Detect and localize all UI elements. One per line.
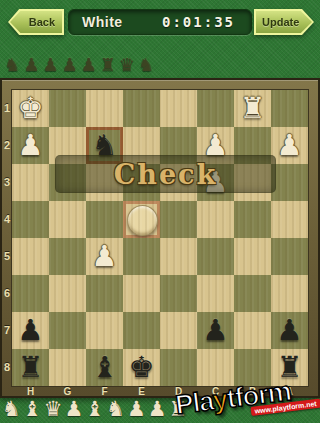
turn-label: White xyxy=(82,14,123,30)
square-g8[interactable] xyxy=(49,349,86,386)
piece-black-pawn[interactable]: ♟ xyxy=(271,312,308,349)
captured-white-pawn-icon: ♟ xyxy=(127,396,146,421)
square-d5[interactable] xyxy=(160,238,197,275)
chess-board: 12345678 ♚♜♟♞♟♟♟♟♟♟♟♜♝♚♜ HGFEDCBA Check xyxy=(0,78,320,398)
rank-label-3: 3 xyxy=(2,164,12,201)
square-e7[interactable] xyxy=(123,312,160,349)
square-e4-move-origin-circle[interactable] xyxy=(123,201,160,238)
rank-label-7: 7 xyxy=(2,312,12,349)
square-b1[interactable]: ♜ xyxy=(234,90,271,127)
square-h7[interactable]: ♟ xyxy=(12,312,49,349)
square-d6[interactable] xyxy=(160,275,197,312)
rank-label-1: 1 xyxy=(2,90,12,127)
square-f6[interactable] xyxy=(86,275,123,312)
piece-white-pawn[interactable]: ♟ xyxy=(12,127,49,164)
square-b6[interactable] xyxy=(234,275,271,312)
square-a1[interactable] xyxy=(271,90,308,127)
piece-white-rook[interactable]: ♜ xyxy=(234,90,271,127)
captured-white-bishop-icon: ♝ xyxy=(23,396,42,421)
square-f4[interactable] xyxy=(86,201,123,238)
piece-black-pawn[interactable]: ♟ xyxy=(12,312,49,349)
square-a3[interactable] xyxy=(271,164,308,201)
square-h3[interactable] xyxy=(12,164,49,201)
square-a4[interactable] xyxy=(271,201,308,238)
turn-timer-display: White 0:01:35 xyxy=(68,9,252,35)
square-g7[interactable] xyxy=(49,312,86,349)
square-h6[interactable] xyxy=(12,275,49,312)
square-d7[interactable] xyxy=(160,312,197,349)
captured-white-pieces-tray: ♞♝♛♟♝♞♟♟♜ xyxy=(2,395,187,421)
back-button[interactable]: Back xyxy=(8,9,64,35)
square-c1[interactable] xyxy=(197,90,234,127)
captured-white-pawn-icon: ♟ xyxy=(64,396,83,421)
square-d4[interactable] xyxy=(160,201,197,238)
captured-black-knight-icon: ♞ xyxy=(4,53,20,77)
square-d8[interactable] xyxy=(160,349,197,386)
captured-black-pieces-tray: ♞♟♟♟♟♜♛♞ xyxy=(4,50,154,77)
square-b7[interactable] xyxy=(234,312,271,349)
square-a2[interactable]: ♟ xyxy=(271,127,308,164)
square-f1[interactable] xyxy=(86,90,123,127)
square-f7[interactable] xyxy=(86,312,123,349)
square-g1[interactable] xyxy=(49,90,86,127)
captured-black-pawn-icon: ♟ xyxy=(23,53,39,77)
square-c8[interactable] xyxy=(197,349,234,386)
captured-black-pawn-icon: ♟ xyxy=(42,53,58,77)
piece-black-king[interactable]: ♚ xyxy=(123,349,160,386)
rank-label-6: 6 xyxy=(2,275,12,312)
square-h4[interactable] xyxy=(12,201,49,238)
square-g4[interactable] xyxy=(49,201,86,238)
square-a7[interactable]: ♟ xyxy=(271,312,308,349)
captured-white-pawn-icon: ♟ xyxy=(148,396,167,421)
square-e1[interactable] xyxy=(123,90,160,127)
square-f5[interactable]: ♟ xyxy=(86,238,123,275)
piece-white-pawn[interactable]: ♟ xyxy=(271,127,308,164)
square-h2[interactable]: ♟ xyxy=(12,127,49,164)
captured-black-knight-icon: ♞ xyxy=(138,53,154,77)
captured-black-pawn-icon: ♟ xyxy=(61,53,77,77)
captured-white-knight-icon: ♞ xyxy=(106,396,125,421)
square-e8[interactable]: ♚ xyxy=(123,349,160,386)
update-button-label: Update xyxy=(262,16,299,28)
square-c6[interactable] xyxy=(197,275,234,312)
game-timer: 0:01:35 xyxy=(162,14,235,30)
square-c4[interactable] xyxy=(197,201,234,238)
captured-white-knight-icon: ♞ xyxy=(2,396,21,421)
piece-black-bishop[interactable]: ♝ xyxy=(86,349,123,386)
board-grid[interactable]: ♚♜♟♞♟♟♟♟♟♟♟♜♝♚♜ xyxy=(12,90,308,386)
rank-labels: 12345678 xyxy=(2,90,12,386)
captured-black-queen-icon: ♛ xyxy=(119,53,135,77)
square-h5[interactable] xyxy=(12,238,49,275)
square-a6[interactable] xyxy=(271,275,308,312)
square-b5[interactable] xyxy=(234,238,271,275)
square-h1[interactable]: ♚ xyxy=(12,90,49,127)
captured-white-queen-icon: ♛ xyxy=(44,396,63,421)
check-banner-text: Check xyxy=(114,159,217,190)
piece-black-pawn[interactable]: ♟ xyxy=(197,312,234,349)
square-g6[interactable] xyxy=(49,275,86,312)
captured-black-pawn-icon: ♟ xyxy=(81,53,97,77)
square-a5[interactable] xyxy=(271,238,308,275)
piece-white-pawn[interactable]: ♟ xyxy=(86,238,123,275)
rank-label-4: 4 xyxy=(2,201,12,238)
piece-white-king[interactable]: ♚ xyxy=(12,90,49,127)
square-b4[interactable] xyxy=(234,201,271,238)
square-e5[interactable] xyxy=(123,238,160,275)
square-e6[interactable] xyxy=(123,275,160,312)
captured-black-rook-icon: ♜ xyxy=(100,53,116,77)
square-h8[interactable]: ♜ xyxy=(12,349,49,386)
rank-label-5: 5 xyxy=(2,238,12,275)
square-c5[interactable] xyxy=(197,238,234,275)
chess-app-screen: Back White 0:01:35 Update ♞♟♟♟♟♜♛♞ 12345… xyxy=(0,0,320,423)
square-c7[interactable]: ♟ xyxy=(197,312,234,349)
top-bar: Back White 0:01:35 Update xyxy=(0,0,320,44)
captured-white-bishop-icon: ♝ xyxy=(85,396,104,421)
rank-label-2: 2 xyxy=(2,127,12,164)
rank-label-8: 8 xyxy=(2,349,12,386)
piece-black-rook[interactable]: ♜ xyxy=(12,349,49,386)
square-f8[interactable]: ♝ xyxy=(86,349,123,386)
check-banner: Check xyxy=(55,155,276,193)
back-button-label: Back xyxy=(29,16,55,28)
square-g5[interactable] xyxy=(49,238,86,275)
square-d1[interactable] xyxy=(160,90,197,127)
update-button[interactable]: Update xyxy=(254,9,314,35)
